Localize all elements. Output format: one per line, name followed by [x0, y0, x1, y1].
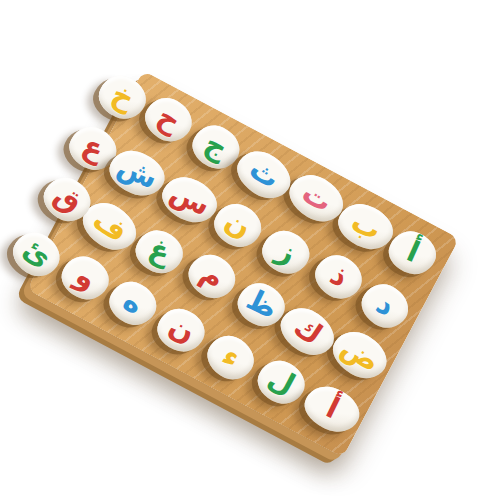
puzzle-piece-alif-hamza[interactable]: أ: [298, 379, 366, 440]
letter-glyph-sin: س: [166, 177, 215, 221]
letter-glyph-ghain: غ: [144, 234, 174, 269]
puzzle-piece-nun-2[interactable]: ن: [151, 302, 211, 359]
letter-glyph-alif-hamza: أ: [322, 393, 344, 423]
puzzle-piece-ya-hamza[interactable]: ئ: [6, 224, 68, 284]
puzzle-piece-zay[interactable]: ز: [256, 224, 316, 281]
letter-glyph-ba: ب: [347, 206, 386, 245]
puzzle-piece-hamza[interactable]: ء: [199, 327, 261, 387]
puzzle-piece-ghain[interactable]: غ: [129, 223, 189, 280]
letter-glyph-dal: د: [371, 289, 400, 321]
letter-glyph-ta: ت: [297, 178, 337, 218]
letter-glyph-waw: و: [71, 260, 100, 294]
letter-glyph-tha: ث: [244, 154, 284, 194]
letter-glyph-ha-2: ه: [119, 286, 148, 320]
product-photo-background: أبتثجحخدذزنسشعضكظمغفقألءنهوئ: [0, 0, 500, 500]
letter-glyph-zah: ظ: [242, 284, 282, 323]
puzzle-piece-waw[interactable]: و: [55, 249, 115, 306]
puzzle-piece-ha-2[interactable]: ه: [102, 274, 163, 332]
letter-glyph-kha: خ: [107, 79, 139, 114]
letter-glyph-qaf: ق: [49, 180, 86, 218]
letter-glyph-alif: أ: [402, 236, 423, 267]
puzzle-piece-lam[interactable]: ل: [251, 353, 312, 411]
letter-glyph-nun-2: ن: [164, 311, 198, 348]
letter-glyph-ya-hamza: ئ: [18, 234, 56, 273]
letter-glyph-shin: ش: [113, 151, 161, 194]
letter-glyph-jim: ج: [200, 128, 232, 163]
letter-glyph-ha: ح: [152, 101, 185, 137]
puzzle-board: أبتثجحخدذزنسشعضكظمغفقألءنهوئ: [27, 70, 460, 457]
letter-slot-grid: أبتثجحخدذزنسشعضكظمغفقألءنهوئ: [36, 77, 452, 448]
letter-glyph-fa: ف: [88, 204, 132, 247]
puzzle-piece-ha[interactable]: ح: [137, 90, 199, 150]
letter-glyph-kaf: ك: [289, 311, 327, 350]
puzzle-piece-dad[interactable]: ض: [325, 323, 394, 387]
letter-glyph-lam: ل: [264, 363, 300, 400]
letter-glyph-ain: ع: [78, 130, 109, 165]
puzzle-piece-mim[interactable]: م: [181, 246, 243, 306]
puzzle-piece-dhal[interactable]: ذ: [307, 247, 369, 307]
letter-glyph-dad: ض: [336, 332, 384, 377]
letter-glyph-hamza: ء: [217, 341, 246, 373]
letter-glyph-mim: م: [196, 258, 229, 294]
letter-glyph-dhal: ذ: [325, 260, 353, 292]
puzzle-piece-dal[interactable]: د: [354, 276, 416, 336]
letter-glyph-nun: ن: [220, 206, 255, 243]
letter-glyph-zay: ز: [272, 235, 299, 268]
puzzle-piece-tha[interactable]: ث: [229, 142, 298, 207]
